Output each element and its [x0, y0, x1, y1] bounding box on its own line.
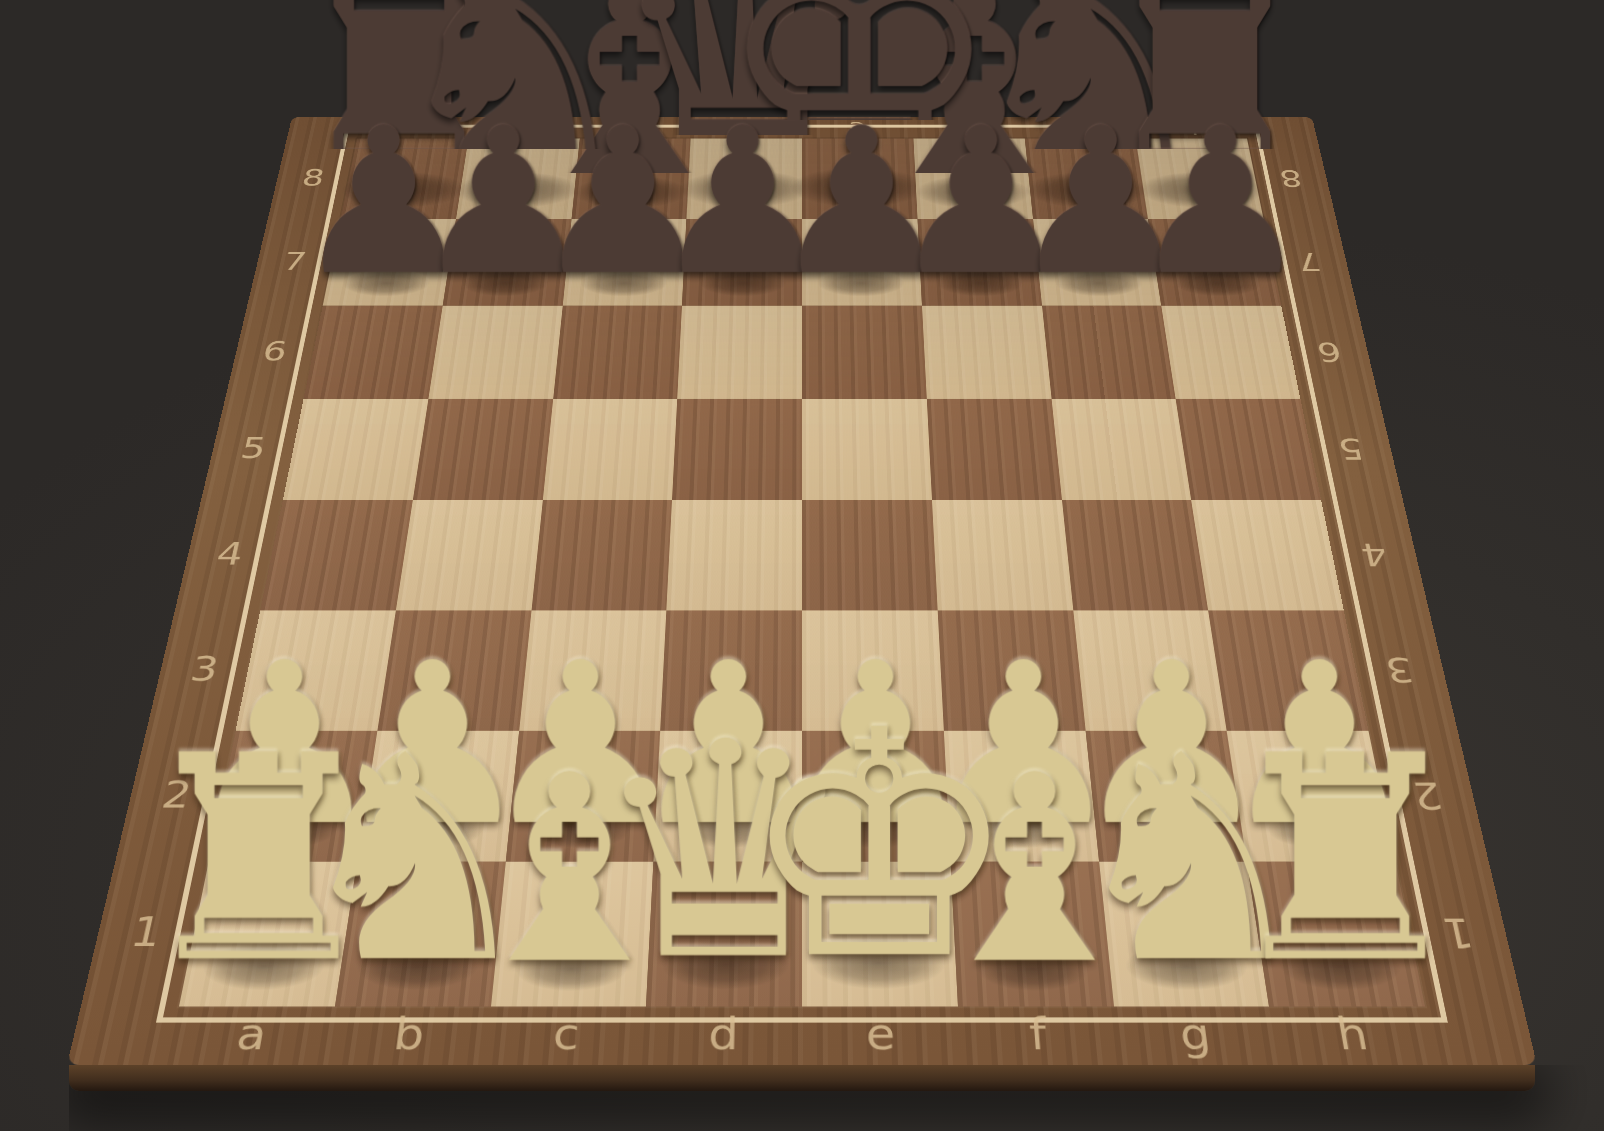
- square-e6[interactable]: [802, 305, 927, 398]
- file-label-a-bottom: a: [167, 1003, 335, 1065]
- square-h6[interactable]: [1161, 305, 1300, 398]
- square-h1[interactable]: ♜: [1247, 862, 1425, 1007]
- square-c4[interactable]: [531, 500, 672, 610]
- app-background: ♜♞♝♛♚♝♞♜♟♟♟♟♟♟♟♟♟♟♟♟♟♟♟♟♜♞♝♛♚♝♞♜ aabbccd…: [0, 0, 1604, 1131]
- file-label-g-bottom: g: [1113, 1003, 1278, 1065]
- square-g6[interactable]: [1042, 305, 1176, 398]
- piece-white-king[interactable]: ♚: [739, 697, 1019, 994]
- square-f5[interactable]: [927, 399, 1062, 500]
- square-e4[interactable]: [802, 500, 937, 610]
- square-h4[interactable]: [1191, 500, 1343, 610]
- piece-white-knight[interactable]: ♞: [287, 725, 541, 994]
- square-d5[interactable]: [672, 399, 802, 500]
- chess-board: ♜♞♝♛♚♝♞♜♟♟♟♟♟♟♟♟♟♟♟♟♟♟♟♟♜♞♝♛♚♝♞♜ aabbccd…: [67, 117, 1537, 1065]
- piece-white-rook[interactable]: ♜: [1218, 725, 1472, 994]
- piece-black-pawn[interactable]: ♟: [1129, 106, 1310, 298]
- square-h5[interactable]: [1176, 399, 1321, 500]
- board-front-edge: [69, 1065, 1535, 1091]
- file-label-h-bottom: h: [1269, 1003, 1437, 1065]
- square-c6[interactable]: [553, 305, 682, 398]
- square-a4[interactable]: [260, 500, 412, 610]
- square-g5[interactable]: [1051, 399, 1191, 500]
- square-c5[interactable]: [542, 399, 677, 500]
- square-f6[interactable]: [922, 305, 1051, 398]
- square-h7[interactable]: ♟: [1148, 219, 1281, 306]
- file-label-d-bottom: d: [643, 1003, 802, 1065]
- square-d4[interactable]: [667, 500, 802, 610]
- square-f4[interactable]: [932, 500, 1073, 610]
- square-b1[interactable]: ♞: [335, 862, 506, 1007]
- square-e5[interactable]: [802, 399, 932, 500]
- square-b4[interactable]: [396, 500, 543, 610]
- square-a5[interactable]: [283, 399, 428, 500]
- square-b6[interactable]: [428, 305, 562, 398]
- file-label-c-bottom: c: [485, 1003, 647, 1065]
- square-a6[interactable]: [304, 305, 443, 398]
- file-label-b-bottom: b: [326, 1003, 491, 1065]
- squares: ♜♞♝♛♚♝♞♜♟♟♟♟♟♟♟♟♟♟♟♟♟♟♟♟♜♞♝♛♚♝♞♜: [179, 138, 1425, 1006]
- square-g4[interactable]: [1062, 500, 1209, 610]
- file-label-e-bottom: e: [802, 1003, 961, 1065]
- square-b5[interactable]: [413, 399, 553, 500]
- square-d6[interactable]: [677, 305, 802, 398]
- square-e1[interactable]: ♚: [802, 862, 958, 1007]
- file-label-f-bottom: f: [958, 1003, 1120, 1065]
